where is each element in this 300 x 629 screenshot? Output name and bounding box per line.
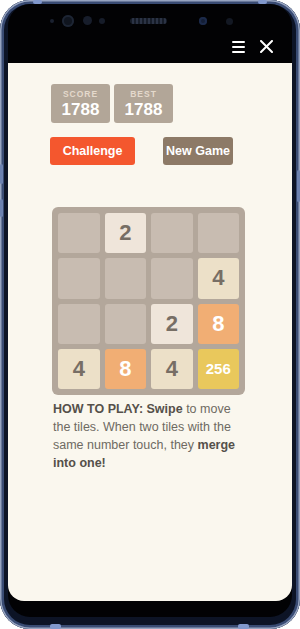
- screenshot-stage: SCORE 1788 BEST 1788 Challenge New Game …: [0, 0, 300, 629]
- new-game-button[interactable]: New Game: [163, 137, 233, 165]
- menu-icon[interactable]: [232, 41, 245, 53]
- tile-2: 2: [105, 213, 147, 253]
- proximity-sensor-icon: [50, 19, 54, 23]
- sensor-dot-icon: [226, 18, 233, 25]
- empty-cell: [151, 213, 193, 253]
- volume-button: [0, 164, 3, 184]
- best-label: BEST: [130, 89, 157, 100]
- phone-screen: SCORE 1788 BEST 1788 Challenge New Game …: [8, 4, 292, 617]
- howto-bold-text: HOW TO PLAY: Swipe: [53, 402, 183, 416]
- how-to-play-text: HOW TO PLAY: Swipe to move the tiles. Wh…: [53, 400, 249, 472]
- game-board[interactable]: 2428484256: [52, 207, 245, 395]
- score-label: SCORE: [63, 89, 98, 100]
- empty-cell: [105, 258, 147, 298]
- sensor-dot-icon: [83, 16, 92, 25]
- empty-cell: [58, 258, 100, 298]
- best-box: BEST 1788: [114, 84, 173, 123]
- sensor-dot-icon: [99, 18, 105, 24]
- game-screen: SCORE 1788 BEST 1788 Challenge New Game …: [8, 63, 292, 601]
- score-value: 1788: [62, 100, 100, 119]
- phone-frame: SCORE 1788 BEST 1788 Challenge New Game …: [0, 0, 300, 629]
- close-icon[interactable]: [260, 40, 273, 53]
- tile-4: 4: [58, 349, 100, 389]
- empty-cell: [58, 213, 100, 253]
- tile-256: 256: [198, 349, 240, 389]
- iris-camera-icon: [199, 17, 207, 25]
- antenna-line: [238, 624, 249, 629]
- front-camera-icon: [62, 15, 74, 27]
- antenna-line: [50, 624, 61, 629]
- tile-8: 8: [105, 349, 147, 389]
- tile-4: 4: [151, 349, 193, 389]
- app-top-bar: [8, 30, 292, 63]
- empty-cell: [58, 304, 100, 344]
- best-value: 1788: [125, 100, 163, 119]
- power-button: [297, 170, 300, 202]
- bixby-button: [0, 199, 3, 217]
- tile-2: 2: [151, 304, 193, 344]
- earpiece-speaker: [130, 18, 167, 24]
- score-box: SCORE 1788: [51, 84, 110, 123]
- empty-cell: [198, 213, 240, 253]
- empty-cell: [105, 304, 147, 344]
- tile-4: 4: [198, 258, 240, 298]
- empty-cell: [151, 258, 193, 298]
- tile-8: 8: [198, 304, 240, 344]
- challenge-button[interactable]: Challenge: [50, 137, 135, 165]
